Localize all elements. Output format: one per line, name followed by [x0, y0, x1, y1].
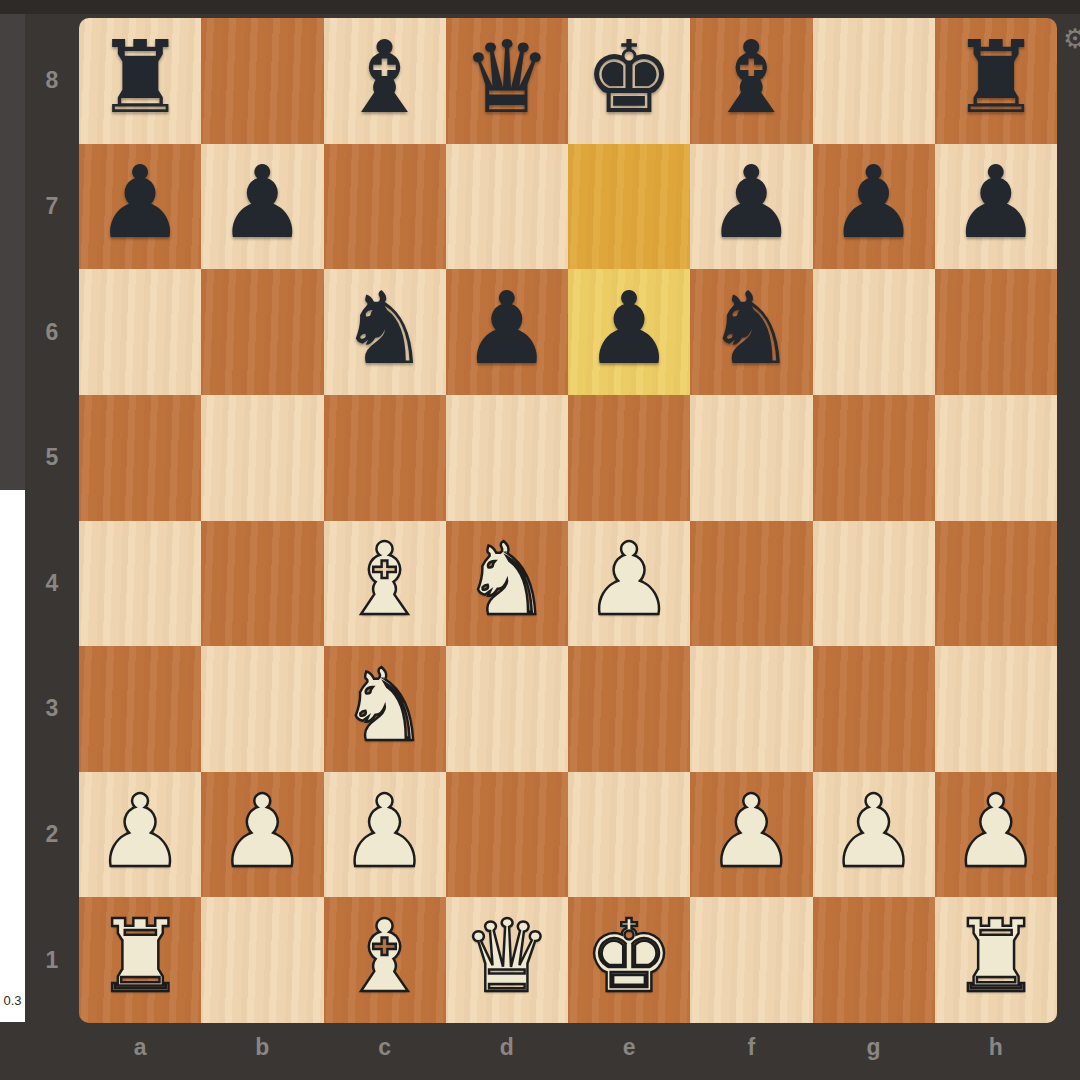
square-c3[interactable]: ♞ [324, 646, 446, 772]
piece-black-queen[interactable]: ♛ [462, 28, 552, 128]
square-a7[interactable]: ♟ [79, 144, 201, 270]
file-label-e: e [568, 1030, 690, 1064]
square-g6[interactable] [813, 269, 935, 395]
square-e6[interactable]: ♟ [568, 269, 690, 395]
square-a5[interactable] [79, 395, 201, 521]
chess-analysis-window: 0.3 87654321 ♜♝♛♚♝♜♟♟♟♟♟♞♟♟♞♝♞♟♞♟♟♟♟♟♟♜♝… [0, 0, 1080, 1080]
piece-white-knight[interactable]: ♞ [340, 656, 430, 756]
square-h5[interactable] [935, 395, 1057, 521]
rank-label-5: 5 [25, 395, 79, 521]
square-e8[interactable]: ♚ [568, 18, 690, 144]
square-d8[interactable]: ♛ [446, 18, 568, 144]
square-d3[interactable] [446, 646, 568, 772]
piece-white-pawn[interactable]: ♟ [951, 782, 1041, 882]
file-label-f: f [690, 1030, 812, 1064]
square-h7[interactable]: ♟ [935, 144, 1057, 270]
square-b3[interactable] [201, 646, 323, 772]
square-b2[interactable]: ♟ [201, 772, 323, 898]
square-h4[interactable] [935, 521, 1057, 647]
square-d5[interactable] [446, 395, 568, 521]
eval-bar-white-portion: 0.3 [0, 490, 25, 1022]
file-label-a: a [79, 1030, 201, 1064]
square-e5[interactable] [568, 395, 690, 521]
square-h3[interactable] [935, 646, 1057, 772]
square-b8[interactable] [201, 18, 323, 144]
square-e1[interactable]: ♚ [568, 897, 690, 1023]
square-g4[interactable] [813, 521, 935, 647]
rank-label-3: 3 [25, 646, 79, 772]
square-b7[interactable]: ♟ [201, 144, 323, 270]
piece-white-rook[interactable]: ♜ [95, 907, 185, 1007]
square-f4[interactable] [690, 521, 812, 647]
file-label-d: d [446, 1030, 568, 1064]
square-a8[interactable]: ♜ [79, 18, 201, 144]
square-g5[interactable] [813, 395, 935, 521]
piece-white-pawn[interactable]: ♟ [829, 782, 919, 882]
piece-black-pawn[interactable]: ♟ [707, 153, 797, 253]
square-c5[interactable] [324, 395, 446, 521]
square-f6[interactable]: ♞ [690, 269, 812, 395]
square-b6[interactable] [201, 269, 323, 395]
rank-labels: 87654321 [25, 18, 79, 1023]
piece-white-knight[interactable]: ♞ [462, 530, 552, 630]
square-a1[interactable]: ♜ [79, 897, 201, 1023]
square-a2[interactable]: ♟ [79, 772, 201, 898]
piece-white-queen[interactable]: ♛ [462, 907, 552, 1007]
eval-score: 0.3 [0, 993, 25, 1008]
file-label-b: b [201, 1030, 323, 1064]
piece-white-pawn[interactable]: ♟ [707, 782, 797, 882]
file-label-h: h [935, 1030, 1057, 1064]
square-e2[interactable] [568, 772, 690, 898]
square-a3[interactable] [79, 646, 201, 772]
square-f3[interactable] [690, 646, 812, 772]
square-b5[interactable] [201, 395, 323, 521]
piece-black-pawn[interactable]: ♟ [95, 153, 185, 253]
square-c4[interactable]: ♝ [324, 521, 446, 647]
square-g3[interactable] [813, 646, 935, 772]
file-labels: abcdefgh [79, 1030, 1057, 1064]
rank-label-7: 7 [25, 144, 79, 270]
square-b4[interactable] [201, 521, 323, 647]
square-e7[interactable] [568, 144, 690, 270]
square-f7[interactable]: ♟ [690, 144, 812, 270]
piece-black-pawn[interactable]: ♟ [462, 279, 552, 379]
square-h6[interactable] [935, 269, 1057, 395]
square-g8[interactable] [813, 18, 935, 144]
piece-white-bishop[interactable]: ♝ [340, 907, 430, 1007]
rank-label-4: 4 [25, 521, 79, 647]
square-c2[interactable]: ♟ [324, 772, 446, 898]
square-e4[interactable]: ♟ [568, 521, 690, 647]
settings-gear-icon[interactable]: ⚙ [1063, 24, 1080, 54]
square-d1[interactable]: ♛ [446, 897, 568, 1023]
piece-white-pawn[interactable]: ♟ [218, 782, 308, 882]
piece-black-bishop[interactable]: ♝ [707, 28, 797, 128]
piece-black-bishop[interactable]: ♝ [340, 28, 430, 128]
window-top-edge [0, 0, 1080, 14]
square-g1[interactable] [813, 897, 935, 1023]
rank-label-2: 2 [25, 772, 79, 898]
square-a4[interactable] [79, 521, 201, 647]
eval-bar-black-portion [0, 14, 25, 490]
piece-black-knight[interactable]: ♞ [340, 279, 430, 379]
piece-black-pawn[interactable]: ♟ [218, 153, 308, 253]
piece-white-pawn[interactable]: ♟ [340, 782, 430, 882]
piece-black-knight[interactable]: ♞ [707, 279, 797, 379]
square-c7[interactable] [324, 144, 446, 270]
rank-label-1: 1 [25, 897, 79, 1023]
square-f1[interactable] [690, 897, 812, 1023]
square-h8[interactable]: ♜ [935, 18, 1057, 144]
square-h2[interactable]: ♟ [935, 772, 1057, 898]
piece-black-pawn[interactable]: ♟ [584, 279, 674, 379]
square-g2[interactable]: ♟ [813, 772, 935, 898]
eval-bar: 0.3 [0, 14, 25, 1022]
square-g7[interactable]: ♟ [813, 144, 935, 270]
square-d4[interactable]: ♞ [446, 521, 568, 647]
chess-board[interactable]: ♜♝♛♚♝♜♟♟♟♟♟♞♟♟♞♝♞♟♞♟♟♟♟♟♟♜♝♛♚♜ [79, 18, 1057, 1023]
piece-white-rook[interactable]: ♜ [951, 907, 1041, 1007]
piece-white-pawn[interactable]: ♟ [95, 782, 185, 882]
square-c8[interactable]: ♝ [324, 18, 446, 144]
square-f2[interactable]: ♟ [690, 772, 812, 898]
piece-white-pawn[interactable]: ♟ [584, 530, 674, 630]
piece-black-pawn[interactable]: ♟ [829, 153, 919, 253]
square-h1[interactable]: ♜ [935, 897, 1057, 1023]
square-d2[interactable] [446, 772, 568, 898]
square-b1[interactable] [201, 897, 323, 1023]
square-d7[interactable] [446, 144, 568, 270]
rank-label-8: 8 [25, 18, 79, 144]
square-c6[interactable]: ♞ [324, 269, 446, 395]
piece-black-rook[interactable]: ♜ [95, 28, 185, 128]
square-a6[interactable] [79, 269, 201, 395]
piece-black-pawn[interactable]: ♟ [951, 153, 1041, 253]
file-label-g: g [813, 1030, 935, 1064]
square-f5[interactable] [690, 395, 812, 521]
rank-label-6: 6 [25, 269, 79, 395]
file-label-c: c [324, 1030, 446, 1064]
square-e3[interactable] [568, 646, 690, 772]
square-d6[interactable]: ♟ [446, 269, 568, 395]
square-f8[interactable]: ♝ [690, 18, 812, 144]
piece-black-king[interactable]: ♚ [584, 28, 674, 128]
piece-black-rook[interactable]: ♜ [951, 28, 1041, 128]
square-c1[interactable]: ♝ [324, 897, 446, 1023]
piece-white-bishop[interactable]: ♝ [340, 530, 430, 630]
piece-white-king[interactable]: ♚ [584, 907, 674, 1007]
